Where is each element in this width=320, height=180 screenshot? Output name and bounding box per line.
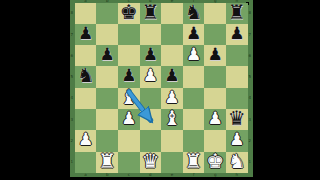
rank-labels-left: 87654321 [71,3,75,173]
square-d3[interactable] [140,109,162,130]
square-b3[interactable] [96,109,118,130]
square-d7[interactable] [140,24,162,45]
white-king-g1[interactable]: ♚ [206,151,224,172]
file-label-g: g [214,0,217,3]
square-c8[interactable]: ♚ [118,3,140,24]
square-c2[interactable] [118,130,140,151]
square-e6[interactable] [161,45,183,66]
black-knight-f8[interactable]: ♞ [185,2,203,23]
square-g6[interactable]: ♟ [204,45,226,66]
screenshot-stage: ♚♜♞♜♟♟♟♟♟♟♟♞♟♟♟♝♟♟♝♟♛♟♟♜♛♜♚♞ abcdefgh ab… [0,0,320,180]
square-c7[interactable] [118,24,140,45]
square-h6[interactable] [226,45,248,66]
file-label-f: f [193,0,194,3]
square-a2[interactable]: ♟ [75,130,97,151]
file-label-c: c [128,0,130,3]
square-g5[interactable] [204,66,226,87]
rank-label-5: 5 [248,75,251,79]
white-pawn-g3[interactable]: ♟ [208,108,223,129]
black-knight-a5[interactable]: ♞ [77,65,95,86]
square-b5[interactable] [96,66,118,87]
rank-labels-right: 87654321 [248,3,252,173]
square-f1[interactable]: ♜ [183,152,205,173]
square-a3[interactable] [75,109,97,130]
square-g4[interactable] [204,88,226,109]
square-h5[interactable] [226,66,248,87]
square-g7[interactable] [204,24,226,45]
white-rook-b1[interactable]: ♜ [98,151,116,172]
square-f8[interactable]: ♞ [183,3,205,24]
rank-label-2: 2 [71,139,74,143]
square-d1[interactable]: ♛ [140,152,162,173]
black-king-c8[interactable]: ♚ [120,2,138,23]
black-queen-h3[interactable]: ♛ [228,108,246,129]
square-d4[interactable] [140,88,162,109]
square-h8[interactable]: ♜ [226,3,248,24]
rank-label-3: 3 [248,118,251,122]
black-rook-d8[interactable]: ♜ [141,2,159,23]
rank-label-7: 7 [248,33,251,37]
file-label-h: h [236,173,239,177]
white-queen-d1[interactable]: ♛ [141,151,159,172]
square-a8[interactable] [75,3,97,24]
square-b1[interactable]: ♜ [96,152,118,173]
square-a4[interactable] [75,88,97,109]
rank-label-6: 6 [71,54,74,58]
file-label-h: h [236,0,239,3]
rank-label-4: 4 [71,96,74,100]
square-h1[interactable]: ♞ [226,152,248,173]
square-d5[interactable]: ♟ [140,66,162,87]
file-label-d: d [149,173,152,177]
square-f4[interactable] [183,88,205,109]
square-g3[interactable]: ♟ [204,109,226,130]
rank-label-4: 4 [248,96,251,100]
rank-label-3: 3 [71,118,74,122]
file-label-g: g [214,173,217,177]
square-e2[interactable] [161,130,183,151]
file-label-a: a [84,173,86,177]
square-e5[interactable]: ♟ [161,66,183,87]
square-c1[interactable] [118,152,140,173]
black-rook-h8[interactable]: ♜ [228,2,246,23]
black-pawn-h7[interactable]: ♟ [229,23,244,44]
file-label-d: d [149,0,152,3]
file-labels-top: abcdefgh [75,0,248,2]
white-pawn-f6[interactable]: ♟ [186,44,201,65]
square-a7[interactable]: ♟ [75,24,97,45]
square-a1[interactable] [75,152,97,173]
rank-label-6: 6 [248,54,251,58]
square-c3[interactable]: ♟ [118,109,140,130]
square-e3[interactable]: ♝ [161,109,183,130]
rank-label-8: 8 [248,11,251,15]
square-a5[interactable]: ♞ [75,66,97,87]
chess-board[interactable]: ♚♜♞♜♟♟♟♟♟♟♟♞♟♟♟♝♟♟♝♟♛♟♟♜♛♜♚♞ [75,3,248,173]
white-pawn-h2[interactable]: ♟ [229,129,244,150]
square-c6[interactable] [118,45,140,66]
square-e1[interactable] [161,152,183,173]
square-g8[interactable] [204,3,226,24]
square-h3[interactable]: ♛ [226,109,248,130]
white-pawn-a2[interactable]: ♟ [78,129,93,150]
square-f7[interactable]: ♟ [183,24,205,45]
file-label-f: f [193,173,194,177]
white-rook-f1[interactable]: ♜ [185,151,203,172]
square-c4[interactable]: ♝ [118,88,140,109]
file-label-c: c [128,173,130,177]
black-pawn-c5[interactable]: ♟ [121,65,136,86]
white-bishop-c4[interactable]: ♝ [120,87,138,108]
black-pawn-f7[interactable]: ♟ [186,23,201,44]
white-pawn-e4[interactable]: ♟ [164,87,179,108]
white-knight-h1[interactable]: ♞ [228,151,246,172]
file-labels-bottom: abcdefgh [75,173,248,176]
rank-label-5: 5 [71,75,74,79]
square-f5[interactable] [183,66,205,87]
square-h7[interactable]: ♟ [226,24,248,45]
rank-label-1: 1 [248,160,251,164]
square-f6[interactable]: ♟ [183,45,205,66]
square-d6[interactable]: ♟ [140,45,162,66]
rank-label-7: 7 [71,33,74,37]
file-label-e: e [171,173,173,177]
rank-label-1: 1 [71,160,74,164]
black-pawn-a7[interactable]: ♟ [78,23,93,44]
rank-label-8: 8 [71,11,74,15]
rank-label-2: 2 [248,139,251,143]
black-pawn-d6[interactable]: ♟ [143,44,158,65]
square-b4[interactable] [96,88,118,109]
black-pawn-b6[interactable]: ♟ [100,44,115,65]
chess-board-frame: ♚♜♞♜♟♟♟♟♟♟♟♞♟♟♟♝♟♟♝♟♛♟♟♜♛♜♚♞ abcdefgh ab… [70,0,253,177]
file-label-b: b [106,0,109,3]
file-label-a: a [84,0,86,3]
white-pawn-d5[interactable]: ♟ [143,65,158,86]
square-e7[interactable] [161,24,183,45]
square-e8[interactable] [161,3,183,24]
square-b7[interactable] [96,24,118,45]
file-label-b: b [106,173,109,177]
black-pawn-e5[interactable]: ♟ [164,65,179,86]
white-pawn-c3[interactable]: ♟ [121,108,136,129]
square-f3[interactable] [183,109,205,130]
square-b6[interactable]: ♟ [96,45,118,66]
file-label-e: e [171,0,173,3]
white-bishop-e3[interactable]: ♝ [163,108,181,129]
black-pawn-g6[interactable]: ♟ [208,44,223,65]
square-d8[interactable]: ♜ [140,3,162,24]
square-b8[interactable] [96,3,118,24]
square-g1[interactable]: ♚ [204,152,226,173]
